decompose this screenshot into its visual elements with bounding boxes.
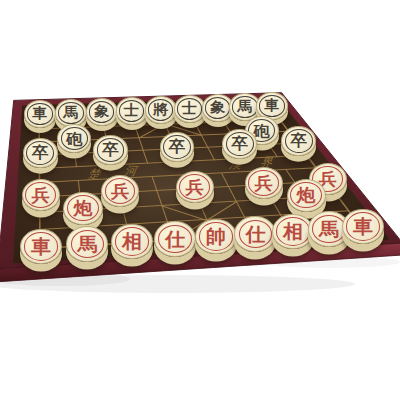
piece-character: 卒	[169, 139, 186, 155]
piece-engraved-ring: 仕	[158, 225, 192, 253]
piece-red-advisor[interactable]: 仕	[234, 216, 276, 252]
piece-character: 馬	[77, 234, 97, 253]
piece-engraved-ring: 車	[346, 212, 380, 240]
piece-character: 兵	[32, 186, 50, 203]
piece-black-advisor[interactable]: 士	[174, 95, 206, 122]
piece-black-soldier[interactable]: 卒	[281, 126, 316, 156]
piece-engraved-ring: 卒	[26, 141, 54, 164]
piece-engraved-ring: 象	[89, 101, 114, 122]
piece-character: 馬	[64, 106, 79, 120]
piece-character: 象	[210, 101, 225, 115]
piece-black-chariot[interactable]: 車	[24, 100, 56, 127]
piece-red-chariot[interactable]: 車	[342, 209, 384, 245]
piece-engraved-ring: 仕	[239, 220, 273, 248]
piece-red-horse[interactable]: 馬	[66, 226, 108, 262]
piece-character: 馬	[319, 219, 339, 238]
piece-engraved-ring: 車	[259, 95, 284, 116]
piece-engraved-ring: 炮	[67, 195, 98, 221]
piece-black-soldier[interactable]: 卒	[23, 138, 58, 168]
piece-character: 相	[122, 232, 142, 251]
piece-character: 炮	[74, 199, 93, 217]
piece-character: 兵	[111, 182, 129, 199]
piece-engraved-ring: 砲	[61, 127, 88, 150]
piece-engraved-ring: 馬	[232, 96, 257, 117]
piece-engraved-ring: 象	[205, 97, 230, 118]
piece-engraved-ring: 兵	[248, 170, 278, 195]
piece-engraved-ring: 相	[115, 227, 149, 255]
piece-engraved-ring: 炮	[290, 182, 321, 208]
piece-red-advisor[interactable]: 仕	[154, 221, 196, 257]
piece-engraved-ring: 帥	[199, 222, 233, 250]
piece-engraved-ring: 兵	[105, 178, 135, 203]
piece-character: 象	[94, 105, 109, 119]
piece-character: 兵	[186, 178, 204, 195]
piece-red-elephant[interactable]: 相	[111, 224, 153, 260]
piece-character: 馬	[238, 100, 253, 114]
piece-red-soldier[interactable]: 兵	[101, 175, 139, 207]
piece-red-cannon[interactable]: 炮	[287, 179, 326, 212]
piece-character: 車	[31, 237, 51, 256]
piece-engraved-ring: 相	[276, 217, 310, 245]
piece-engraved-ring: 士	[119, 100, 144, 121]
piece-character: 車	[265, 99, 280, 113]
piece-engraved-ring: 卒	[285, 129, 313, 152]
piece-character: 將	[153, 103, 168, 117]
piece-black-horse[interactable]: 馬	[55, 99, 87, 126]
piece-character: 卒	[290, 133, 307, 149]
piece-engraved-ring: 將	[148, 99, 173, 120]
piece-red-chariot[interactable]: 車	[20, 229, 62, 265]
piece-character: 卒	[231, 136, 248, 152]
piece-character: 仕	[165, 229, 185, 248]
piece-engraved-ring: 車	[24, 232, 58, 260]
piece-red-soldier[interactable]: 兵	[176, 171, 214, 203]
piece-character: 車	[353, 217, 373, 236]
piece-engraved-ring: 卒	[163, 135, 191, 158]
piece-engraved-ring: 士	[177, 98, 202, 119]
piece-red-soldier[interactable]: 兵	[22, 179, 60, 211]
piece-red-soldier[interactable]: 兵	[245, 167, 283, 199]
piece-character: 卒	[32, 145, 49, 161]
piece-character: 砲	[66, 131, 82, 146]
piece-character: 兵	[255, 174, 273, 191]
piece-engraved-ring: 馬	[58, 102, 83, 123]
piece-character: 士	[182, 102, 197, 116]
piece-engraved-ring: 馬	[71, 230, 105, 258]
piece-engraved-ring: 馬	[312, 215, 346, 243]
piece-black-advisor[interactable]: 士	[116, 97, 148, 124]
piece-character: 帥	[206, 227, 226, 246]
scene: 楚河漢界 車馬象士將士象馬車砲砲卒卒卒卒卒兵兵兵兵兵炮炮車馬相仕帥仕相馬車	[0, 0, 400, 400]
piece-character: 仕	[245, 224, 265, 243]
piece-black-soldier[interactable]: 卒	[93, 135, 128, 165]
piece-character: 士	[124, 104, 139, 118]
piece-character: 炮	[297, 186, 316, 204]
piece-black-soldier[interactable]: 卒	[160, 132, 195, 162]
piece-engraved-ring: 卒	[226, 132, 254, 155]
piece-character: 相	[283, 222, 303, 241]
piece-red-cannon[interactable]: 炮	[63, 192, 102, 225]
piece-engraved-ring: 兵	[25, 182, 55, 207]
piece-black-elephant[interactable]: 象	[86, 98, 118, 125]
piece-character: 車	[33, 107, 48, 121]
piece-black-soldier[interactable]: 卒	[222, 129, 257, 159]
piece-engraved-ring: 卒	[97, 138, 125, 161]
piece-engraved-ring: 兵	[179, 174, 209, 199]
piece-character: 砲	[254, 123, 270, 138]
piece-character: 卒	[102, 142, 119, 158]
piece-engraved-ring: 車	[27, 103, 52, 124]
piece-black-general[interactable]: 將	[145, 96, 177, 123]
piece-red-general[interactable]: 帥	[195, 219, 237, 255]
